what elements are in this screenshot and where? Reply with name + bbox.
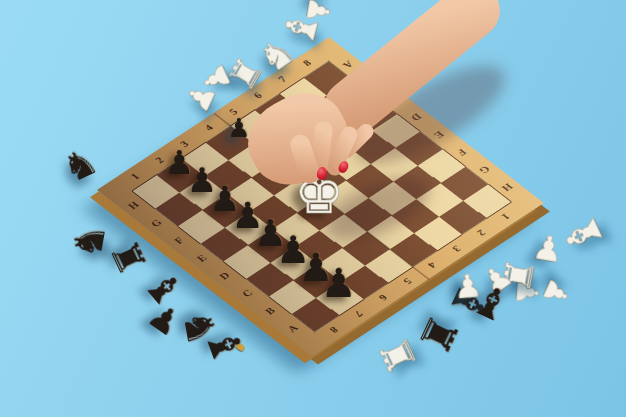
scattered-black-pawn-11: ♟ xyxy=(142,298,186,343)
scattered-white-pawn-22: ♟ xyxy=(476,258,518,301)
scattered-black-bishop-14: ♝ xyxy=(441,276,495,328)
scattered-black-knight-12: ♞ xyxy=(176,307,222,349)
scattered-white-pawn-20: ♟ xyxy=(530,230,566,269)
scattered-white-pawn-4: ♟ xyxy=(195,59,236,99)
scattered-white-rook-16: ♜ xyxy=(373,330,424,379)
scattered-black-bishop-24: ♝ xyxy=(465,277,517,331)
scattered-white-pawn-0: ♟ xyxy=(301,0,335,26)
scattered-white-pawn-23: ♟ xyxy=(452,269,483,303)
scattered-black-knight-7: ♞ xyxy=(57,141,104,190)
chess-photo-scene: 1234567887654321HGFEDCBAABCDEFGH ♟♟♟♟♟♟♟… xyxy=(0,0,626,417)
scattered-white-pawn-17: ♟ xyxy=(511,278,543,307)
scattered-black-rook-15: ♜ xyxy=(411,308,465,360)
scattered-white-pawn-18: ♟ xyxy=(537,274,576,311)
board-brass-latch xyxy=(235,342,246,352)
scattered-white-rook-21: ♜ xyxy=(497,255,540,295)
scattered-white-bishop-19: ♝ xyxy=(554,205,613,262)
